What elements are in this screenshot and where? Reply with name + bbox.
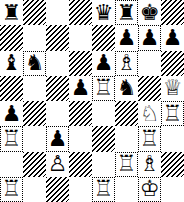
square-d2[interactable] [69, 152, 92, 177]
square-e2[interactable] [92, 152, 115, 177]
square-h8[interactable] [161, 0, 184, 25]
square-c7[interactable] [46, 25, 69, 50]
square-b1[interactable] [23, 177, 46, 202]
piece-black-knight[interactable]: ♞ [115, 76, 138, 101]
square-g4[interactable]: ♘ [138, 101, 161, 126]
square-c1[interactable] [46, 177, 69, 202]
square-a2[interactable] [0, 152, 23, 177]
piece-white-rook[interactable]: ♖ [92, 177, 115, 202]
piece-black-rook[interactable]: ♜ [115, 0, 138, 25]
piece-white-pawn[interactable]: ♙ [46, 152, 69, 177]
piece-black-pawn[interactable]: ♟ [46, 126, 69, 151]
square-d6[interactable] [69, 51, 92, 76]
piece-black-queen[interactable]: ♛ [92, 0, 115, 25]
square-g5[interactable] [138, 76, 161, 101]
square-a6[interactable]: ♝ [0, 51, 23, 76]
piece-white-rook[interactable]: ♖ [92, 76, 115, 101]
square-a3[interactable]: ♖ [0, 126, 23, 151]
piece-white-rook[interactable]: ♖ [138, 126, 161, 151]
square-h7[interactable]: ♟ [161, 25, 184, 50]
piece-black-knight[interactable]: ♞ [23, 51, 46, 76]
square-f3[interactable] [115, 126, 138, 151]
square-f1[interactable] [115, 177, 138, 202]
square-d3[interactable] [69, 126, 92, 151]
square-b7[interactable] [23, 25, 46, 50]
chess-board: ♜♛♜♚♟♟♟♝♞♟♗♟♖♞♕♟♘♖♖♟♖♙♖♗♖♖♔ [0, 0, 184, 202]
square-h4[interactable]: ♖ [161, 101, 184, 126]
piece-black-pawn[interactable]: ♟ [161, 25, 184, 50]
square-f7[interactable]: ♟ [115, 25, 138, 50]
square-h2[interactable] [161, 152, 184, 177]
piece-black-pawn[interactable]: ♟ [138, 25, 161, 50]
square-b4[interactable] [23, 101, 46, 126]
square-e1[interactable]: ♖ [92, 177, 115, 202]
square-e4[interactable] [92, 101, 115, 126]
square-b2[interactable] [23, 152, 46, 177]
square-e3[interactable] [92, 126, 115, 151]
piece-white-king[interactable]: ♔ [138, 177, 161, 202]
piece-black-rook[interactable]: ♜ [0, 0, 23, 25]
piece-black-king[interactable]: ♚ [138, 0, 161, 25]
square-f8[interactable]: ♜ [115, 0, 138, 25]
square-g2[interactable]: ♗ [138, 152, 161, 177]
piece-white-bishop[interactable]: ♗ [138, 152, 161, 177]
square-f6[interactable]: ♗ [115, 51, 138, 76]
piece-black-pawn[interactable]: ♟ [115, 25, 138, 50]
square-h1[interactable] [161, 177, 184, 202]
square-b5[interactable] [23, 76, 46, 101]
square-e6[interactable]: ♟ [92, 51, 115, 76]
square-b8[interactable] [23, 0, 46, 25]
square-e8[interactable]: ♛ [92, 0, 115, 25]
square-c3[interactable]: ♟ [46, 126, 69, 151]
square-a5[interactable] [0, 76, 23, 101]
square-d8[interactable] [69, 0, 92, 25]
piece-black-pawn[interactable]: ♟ [92, 51, 115, 76]
square-a1[interactable]: ♖ [0, 177, 23, 202]
square-h5[interactable]: ♕ [161, 76, 184, 101]
square-e5[interactable]: ♖ [92, 76, 115, 101]
piece-white-rook[interactable]: ♖ [0, 177, 23, 202]
square-c2[interactable]: ♙ [46, 152, 69, 177]
piece-white-rook[interactable]: ♖ [161, 101, 184, 126]
square-b3[interactable] [23, 126, 46, 151]
square-d5[interactable]: ♟ [69, 76, 92, 101]
square-g3[interactable]: ♖ [138, 126, 161, 151]
piece-white-knight[interactable]: ♘ [138, 101, 161, 126]
square-b6[interactable]: ♞ [23, 51, 46, 76]
square-g1[interactable]: ♔ [138, 177, 161, 202]
piece-white-bishop[interactable]: ♗ [115, 51, 138, 76]
square-c6[interactable] [46, 51, 69, 76]
square-f5[interactable]: ♞ [115, 76, 138, 101]
square-d7[interactable] [69, 25, 92, 50]
piece-black-pawn[interactable]: ♟ [0, 101, 23, 126]
square-e7[interactable] [92, 25, 115, 50]
square-g8[interactable]: ♚ [138, 0, 161, 25]
square-a7[interactable] [0, 25, 23, 50]
square-c5[interactable] [46, 76, 69, 101]
square-a4[interactable]: ♟ [0, 101, 23, 126]
square-c8[interactable] [46, 0, 69, 25]
square-d1[interactable] [69, 177, 92, 202]
square-f4[interactable] [115, 101, 138, 126]
square-g6[interactable] [138, 51, 161, 76]
piece-white-rook[interactable]: ♖ [0, 126, 23, 151]
square-c4[interactable] [46, 101, 69, 126]
piece-black-pawn[interactable]: ♟ [69, 76, 92, 101]
square-d4[interactable] [69, 101, 92, 126]
square-h3[interactable] [161, 126, 184, 151]
square-g7[interactable]: ♟ [138, 25, 161, 50]
piece-white-queen[interactable]: ♕ [161, 76, 184, 101]
square-f2[interactable]: ♖ [115, 152, 138, 177]
piece-black-bishop[interactable]: ♝ [0, 51, 23, 76]
square-a8[interactable]: ♜ [0, 0, 23, 25]
piece-white-rook[interactable]: ♖ [115, 152, 138, 177]
square-h6[interactable] [161, 51, 184, 76]
